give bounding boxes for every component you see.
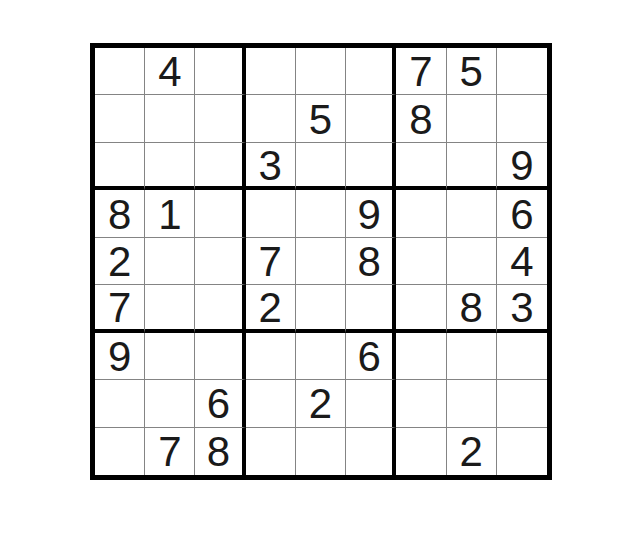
given-digit: 2 xyxy=(459,431,482,473)
given-digit: 2 xyxy=(108,241,131,283)
sudoku-cell-r5c9[interactable]: 4 xyxy=(497,238,547,285)
given-digit: 9 xyxy=(108,336,131,378)
sudoku-cell-r5c4[interactable]: 7 xyxy=(246,238,296,285)
sudoku-cell-r5c1[interactable]: 2 xyxy=(95,238,145,285)
given-digit: 3 xyxy=(259,145,282,187)
sudoku-cell-r6c5[interactable] xyxy=(296,285,346,332)
sudoku-cell-r4c5[interactable] xyxy=(296,190,346,237)
sudoku-cell-r1c9[interactable] xyxy=(497,48,547,95)
given-digit: 7 xyxy=(108,287,131,329)
sudoku-cell-r5c7[interactable] xyxy=(396,238,446,285)
sudoku-cell-r9c8[interactable]: 2 xyxy=(447,428,497,475)
given-digit: 2 xyxy=(309,383,332,425)
sudoku-cell-r9c2[interactable]: 7 xyxy=(145,428,195,475)
sudoku-cell-r4c6[interactable]: 9 xyxy=(346,190,396,237)
sudoku-cell-r9c7[interactable] xyxy=(396,428,446,475)
sudoku-cell-r1c7[interactable]: 7 xyxy=(396,48,446,95)
sudoku-cell-r2c8[interactable] xyxy=(447,95,497,142)
given-digit: 1 xyxy=(158,194,181,236)
sudoku-cell-r9c3[interactable]: 8 xyxy=(195,428,245,475)
sudoku-cell-r6c4[interactable]: 2 xyxy=(246,285,296,332)
sudoku-cell-r8c3[interactable]: 6 xyxy=(195,380,245,427)
sudoku-cell-r7c5[interactable] xyxy=(296,333,346,380)
sudoku-cell-r6c6[interactable] xyxy=(346,285,396,332)
sudoku-cell-r8c9[interactable] xyxy=(497,380,547,427)
sudoku-cell-r4c7[interactable] xyxy=(396,190,446,237)
sudoku-cell-r6c8[interactable]: 8 xyxy=(447,285,497,332)
sudoku-cell-r2c4[interactable] xyxy=(246,95,296,142)
sudoku-cell-r1c2[interactable]: 4 xyxy=(145,48,195,95)
sudoku-cell-r3c5[interactable] xyxy=(296,143,346,190)
sudoku-cell-r4c4[interactable] xyxy=(246,190,296,237)
sudoku-cell-r7c6[interactable]: 6 xyxy=(346,333,396,380)
sudoku-cell-r8c8[interactable] xyxy=(447,380,497,427)
sudoku-cell-r3c7[interactable] xyxy=(396,143,446,190)
sudoku-cell-r3c4[interactable]: 3 xyxy=(246,143,296,190)
sudoku-cell-r1c5[interactable] xyxy=(296,48,346,95)
sudoku-cell-r6c1[interactable]: 7 xyxy=(95,285,145,332)
sudoku-cell-r1c1[interactable] xyxy=(95,48,145,95)
sudoku-board: 47558398196278472839662782 xyxy=(90,43,552,480)
sudoku-cell-r6c2[interactable] xyxy=(145,285,195,332)
sudoku-cell-r7c3[interactable] xyxy=(195,333,245,380)
sudoku-cell-r7c7[interactable] xyxy=(396,333,446,380)
sudoku-cell-r6c9[interactable]: 3 xyxy=(497,285,547,332)
sudoku-cell-r8c6[interactable] xyxy=(346,380,396,427)
given-digit: 7 xyxy=(409,51,432,93)
sudoku-cell-r3c8[interactable] xyxy=(447,143,497,190)
sudoku-cell-r5c3[interactable] xyxy=(195,238,245,285)
sudoku-cell-r9c4[interactable] xyxy=(246,428,296,475)
given-digit: 9 xyxy=(510,145,533,187)
sudoku-cell-r3c1[interactable] xyxy=(95,143,145,190)
given-digit: 7 xyxy=(158,431,181,473)
sudoku-cell-r8c7[interactable] xyxy=(396,380,446,427)
sudoku-cell-r2c9[interactable] xyxy=(497,95,547,142)
given-digit: 9 xyxy=(358,194,381,236)
sudoku-cell-r5c8[interactable] xyxy=(447,238,497,285)
sudoku-cell-r8c4[interactable] xyxy=(246,380,296,427)
sudoku-cell-r2c7[interactable]: 8 xyxy=(396,95,446,142)
sudoku-cell-r9c5[interactable] xyxy=(296,428,346,475)
sudoku-cell-r4c3[interactable] xyxy=(195,190,245,237)
given-digit: 2 xyxy=(259,287,282,329)
sudoku-cell-r7c1[interactable]: 9 xyxy=(95,333,145,380)
sudoku-page: 47558398196278472839662782 xyxy=(0,0,640,540)
sudoku-cell-r8c5[interactable]: 2 xyxy=(296,380,346,427)
sudoku-cell-r8c2[interactable] xyxy=(145,380,195,427)
sudoku-cell-r5c2[interactable] xyxy=(145,238,195,285)
sudoku-cell-r7c2[interactable] xyxy=(145,333,195,380)
sudoku-cell-r1c4[interactable] xyxy=(246,48,296,95)
sudoku-cell-r1c6[interactable] xyxy=(346,48,396,95)
sudoku-cell-r6c3[interactable] xyxy=(195,285,245,332)
sudoku-cell-r6c7[interactable] xyxy=(396,285,446,332)
given-digit: 7 xyxy=(259,241,282,283)
sudoku-cell-r3c6[interactable] xyxy=(346,143,396,190)
sudoku-cell-r4c2[interactable]: 1 xyxy=(145,190,195,237)
sudoku-cell-r7c8[interactable] xyxy=(447,333,497,380)
sudoku-cell-r2c3[interactable] xyxy=(195,95,245,142)
sudoku-cell-r2c1[interactable] xyxy=(95,95,145,142)
given-digit: 5 xyxy=(459,51,482,93)
sudoku-cell-r1c8[interactable]: 5 xyxy=(447,48,497,95)
given-digit: 3 xyxy=(510,287,533,329)
given-digit: 8 xyxy=(358,241,381,283)
sudoku-cell-r3c3[interactable] xyxy=(195,143,245,190)
given-digit: 5 xyxy=(309,99,332,141)
given-digit: 8 xyxy=(459,287,482,329)
given-digit: 6 xyxy=(510,194,533,236)
sudoku-cell-r4c1[interactable]: 8 xyxy=(95,190,145,237)
sudoku-cell-r2c2[interactable] xyxy=(145,95,195,142)
given-digit: 6 xyxy=(358,336,381,378)
sudoku-cell-r9c6[interactable] xyxy=(346,428,396,475)
sudoku-cell-r3c9[interactable]: 9 xyxy=(497,143,547,190)
sudoku-cell-r3c2[interactable] xyxy=(145,143,195,190)
sudoku-cell-r9c9[interactable] xyxy=(497,428,547,475)
sudoku-cell-r7c4[interactable] xyxy=(246,333,296,380)
sudoku-cell-r4c9[interactable]: 6 xyxy=(497,190,547,237)
given-digit: 6 xyxy=(207,383,230,425)
sudoku-cell-r7c9[interactable] xyxy=(497,333,547,380)
sudoku-cell-r8c1[interactable] xyxy=(95,380,145,427)
sudoku-cell-r2c6[interactable] xyxy=(346,95,396,142)
sudoku-cell-r1c3[interactable] xyxy=(195,48,245,95)
sudoku-cell-r9c1[interactable] xyxy=(95,428,145,475)
given-digit: 8 xyxy=(108,194,131,236)
given-digit: 4 xyxy=(158,51,181,93)
sudoku-cell-r5c5[interactable] xyxy=(296,238,346,285)
given-digit: 8 xyxy=(207,431,230,473)
sudoku-cell-r5c6[interactable]: 8 xyxy=(346,238,396,285)
given-digit: 4 xyxy=(510,241,533,283)
sudoku-cell-r4c8[interactable] xyxy=(447,190,497,237)
sudoku-cell-r2c5[interactable]: 5 xyxy=(296,95,346,142)
given-digit: 8 xyxy=(409,99,432,141)
